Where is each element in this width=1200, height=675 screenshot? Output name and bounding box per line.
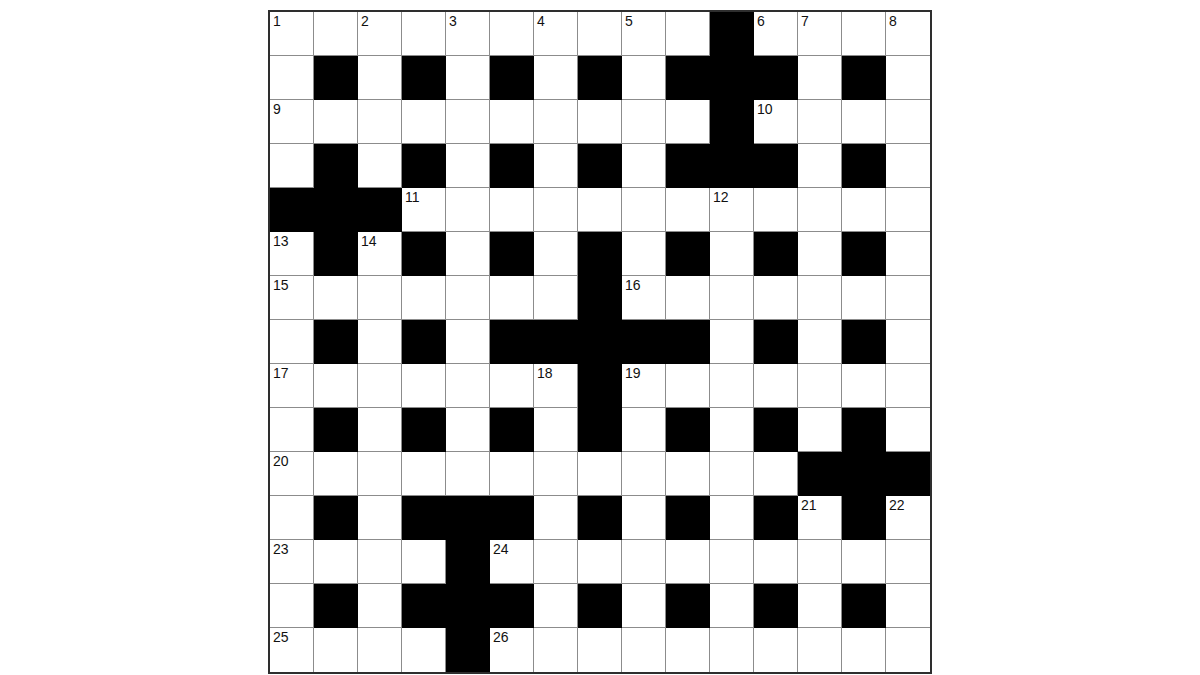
block-cell-r2c11 bbox=[710, 56, 754, 100]
block-cell-r11c15 bbox=[886, 452, 930, 496]
white-cell-r3c13[interactable] bbox=[798, 100, 842, 144]
white-cell-r5c9[interactable] bbox=[622, 188, 666, 232]
white-cell-r10c9[interactable] bbox=[622, 408, 666, 452]
block-cell-r3c11 bbox=[710, 100, 754, 144]
block-cell-r2c2 bbox=[314, 56, 358, 100]
block-cell-r8c9 bbox=[622, 320, 666, 364]
white-cell-r13c1[interactable]: 23 bbox=[270, 540, 314, 584]
white-cell-r9c11[interactable] bbox=[710, 364, 754, 408]
block-cell-r12c6 bbox=[490, 496, 534, 540]
clue-number-21: 21 bbox=[801, 498, 817, 512]
clue-number-1: 1 bbox=[273, 14, 281, 28]
white-cell-r2c5[interactable] bbox=[446, 56, 490, 100]
white-cell-r12c3[interactable] bbox=[358, 496, 402, 540]
white-cell-r5c8[interactable] bbox=[578, 188, 622, 232]
white-cell-r7c9[interactable]: 16 bbox=[622, 276, 666, 320]
white-cell-r3c10[interactable] bbox=[666, 100, 710, 144]
white-cell-r14c13[interactable] bbox=[798, 584, 842, 628]
block-cell-r10c12 bbox=[754, 408, 798, 452]
white-cell-r6c15[interactable] bbox=[886, 232, 930, 276]
block-cell-r6c8 bbox=[578, 232, 622, 276]
block-cell-r14c5 bbox=[446, 584, 490, 628]
white-cell-r13c13[interactable] bbox=[798, 540, 842, 584]
white-cell-r3c7[interactable] bbox=[534, 100, 578, 144]
white-cell-r15c1[interactable]: 25 bbox=[270, 628, 314, 672]
white-cell-r11c1[interactable]: 20 bbox=[270, 452, 314, 496]
block-cell-r2c12 bbox=[754, 56, 798, 100]
clue-number-17: 17 bbox=[273, 366, 289, 380]
block-cell-r14c12 bbox=[754, 584, 798, 628]
block-cell-r4c8 bbox=[578, 144, 622, 188]
block-cell-r10c8 bbox=[578, 408, 622, 452]
block-cell-r13c5 bbox=[446, 540, 490, 584]
white-cell-r5c14[interactable] bbox=[842, 188, 886, 232]
white-cell-r5c4[interactable]: 11 bbox=[402, 188, 446, 232]
block-cell-r4c2 bbox=[314, 144, 358, 188]
white-cell-r7c14[interactable] bbox=[842, 276, 886, 320]
white-cell-r3c14[interactable] bbox=[842, 100, 886, 144]
white-cell-r11c6[interactable] bbox=[490, 452, 534, 496]
white-cell-r4c7[interactable] bbox=[534, 144, 578, 188]
white-cell-r15c4[interactable] bbox=[402, 628, 446, 672]
white-cell-r9c12[interactable] bbox=[754, 364, 798, 408]
block-cell-r8c12 bbox=[754, 320, 798, 364]
block-cell-r8c6 bbox=[490, 320, 534, 364]
white-cell-r9c1[interactable]: 17 bbox=[270, 364, 314, 408]
block-cell-r10c6 bbox=[490, 408, 534, 452]
block-cell-r8c10 bbox=[666, 320, 710, 364]
white-cell-r12c9[interactable] bbox=[622, 496, 666, 540]
block-cell-r14c6 bbox=[490, 584, 534, 628]
page: 1234567891011121314151617181920212223242… bbox=[0, 0, 1200, 675]
white-cell-r13c14[interactable] bbox=[842, 540, 886, 584]
white-cell-r4c15[interactable] bbox=[886, 144, 930, 188]
white-cell-r15c2[interactable] bbox=[314, 628, 358, 672]
white-cell-r7c2[interactable] bbox=[314, 276, 358, 320]
block-cell-r10c10 bbox=[666, 408, 710, 452]
block-cell-r5c2 bbox=[314, 188, 358, 232]
white-cell-r9c13[interactable] bbox=[798, 364, 842, 408]
white-cell-r8c11[interactable] bbox=[710, 320, 754, 364]
clue-number-12: 12 bbox=[713, 190, 729, 204]
block-cell-r14c10 bbox=[666, 584, 710, 628]
block-cell-r15c5 bbox=[446, 628, 490, 672]
clue-number-6: 6 bbox=[757, 14, 765, 28]
block-cell-r10c14 bbox=[842, 408, 886, 452]
white-cell-r1c9[interactable]: 5 bbox=[622, 12, 666, 56]
block-cell-r6c12 bbox=[754, 232, 798, 276]
white-cell-r6c11[interactable] bbox=[710, 232, 754, 276]
block-cell-r6c6 bbox=[490, 232, 534, 276]
white-cell-r15c9[interactable] bbox=[622, 628, 666, 672]
block-cell-r8c7 bbox=[534, 320, 578, 364]
white-cell-r7c3[interactable] bbox=[358, 276, 402, 320]
white-cell-r7c12[interactable] bbox=[754, 276, 798, 320]
clue-number-5: 5 bbox=[625, 14, 633, 28]
block-cell-r2c14 bbox=[842, 56, 886, 100]
white-cell-r4c5[interactable] bbox=[446, 144, 490, 188]
white-cell-r13c6[interactable]: 24 bbox=[490, 540, 534, 584]
block-cell-r12c2 bbox=[314, 496, 358, 540]
white-cell-r9c9[interactable]: 19 bbox=[622, 364, 666, 408]
white-cell-r1c3[interactable]: 2 bbox=[358, 12, 402, 56]
clue-number-22: 22 bbox=[889, 498, 905, 512]
block-cell-r4c14 bbox=[842, 144, 886, 188]
block-cell-r14c2 bbox=[314, 584, 358, 628]
white-cell-r1c15[interactable]: 8 bbox=[886, 12, 930, 56]
white-cell-r6c13[interactable] bbox=[798, 232, 842, 276]
white-cell-r15c15[interactable] bbox=[886, 628, 930, 672]
white-cell-r1c12[interactable]: 6 bbox=[754, 12, 798, 56]
white-cell-r7c1[interactable]: 15 bbox=[270, 276, 314, 320]
white-cell-r1c8[interactable] bbox=[578, 12, 622, 56]
white-cell-r4c9[interactable] bbox=[622, 144, 666, 188]
block-cell-r2c8 bbox=[578, 56, 622, 100]
clue-number-19: 19 bbox=[625, 366, 641, 380]
white-cell-r10c7[interactable] bbox=[534, 408, 578, 452]
white-cell-r2c3[interactable] bbox=[358, 56, 402, 100]
white-cell-r3c5[interactable] bbox=[446, 100, 490, 144]
white-cell-r3c1[interactable]: 9 bbox=[270, 100, 314, 144]
white-cell-r10c1[interactable] bbox=[270, 408, 314, 452]
white-cell-r13c10[interactable] bbox=[666, 540, 710, 584]
white-cell-r11c2[interactable] bbox=[314, 452, 358, 496]
block-cell-r6c4 bbox=[402, 232, 446, 276]
white-cell-r9c2[interactable] bbox=[314, 364, 358, 408]
white-cell-r12c15[interactable]: 22 bbox=[886, 496, 930, 540]
white-cell-r11c8[interactable] bbox=[578, 452, 622, 496]
white-cell-r3c8[interactable] bbox=[578, 100, 622, 144]
white-cell-r13c12[interactable] bbox=[754, 540, 798, 584]
white-cell-r14c1[interactable] bbox=[270, 584, 314, 628]
block-cell-r12c5 bbox=[446, 496, 490, 540]
white-cell-r1c5[interactable]: 3 bbox=[446, 12, 490, 56]
clue-number-13: 13 bbox=[273, 234, 289, 248]
white-cell-r6c7[interactable] bbox=[534, 232, 578, 276]
block-cell-r12c12 bbox=[754, 496, 798, 540]
white-cell-r13c9[interactable] bbox=[622, 540, 666, 584]
white-cell-r8c1[interactable] bbox=[270, 320, 314, 364]
white-cell-r11c3[interactable] bbox=[358, 452, 402, 496]
clue-number-10: 10 bbox=[757, 102, 773, 116]
block-cell-r11c14 bbox=[842, 452, 886, 496]
white-cell-r3c3[interactable] bbox=[358, 100, 402, 144]
block-cell-r12c4 bbox=[402, 496, 446, 540]
white-cell-r11c7[interactable] bbox=[534, 452, 578, 496]
clue-number-26: 26 bbox=[493, 630, 509, 644]
white-cell-r14c15[interactable] bbox=[886, 584, 930, 628]
white-cell-r15c3[interactable] bbox=[358, 628, 402, 672]
white-cell-r12c13[interactable]: 21 bbox=[798, 496, 842, 540]
crossword-grid: 1234567891011121314151617181920212223242… bbox=[268, 10, 932, 674]
white-cell-r6c9[interactable] bbox=[622, 232, 666, 276]
block-cell-r1c11 bbox=[710, 12, 754, 56]
white-cell-r9c10[interactable] bbox=[666, 364, 710, 408]
clue-number-16: 16 bbox=[625, 278, 641, 292]
white-cell-r3c4[interactable] bbox=[402, 100, 446, 144]
white-cell-r9c5[interactable] bbox=[446, 364, 490, 408]
block-cell-r8c2 bbox=[314, 320, 358, 364]
white-cell-r5c12[interactable] bbox=[754, 188, 798, 232]
white-cell-r10c3[interactable] bbox=[358, 408, 402, 452]
white-cell-r10c13[interactable] bbox=[798, 408, 842, 452]
white-cell-r7c6[interactable] bbox=[490, 276, 534, 320]
block-cell-r14c4 bbox=[402, 584, 446, 628]
white-cell-r11c5[interactable] bbox=[446, 452, 490, 496]
block-cell-r14c8 bbox=[578, 584, 622, 628]
white-cell-r7c7[interactable] bbox=[534, 276, 578, 320]
white-cell-r7c13[interactable] bbox=[798, 276, 842, 320]
white-cell-r9c3[interactable] bbox=[358, 364, 402, 408]
white-cell-r1c4[interactable] bbox=[402, 12, 446, 56]
white-cell-r13c2[interactable] bbox=[314, 540, 358, 584]
white-cell-r2c13[interactable] bbox=[798, 56, 842, 100]
white-cell-r11c10[interactable] bbox=[666, 452, 710, 496]
white-cell-r1c10[interactable] bbox=[666, 12, 710, 56]
clue-number-2: 2 bbox=[361, 14, 369, 28]
clue-number-20: 20 bbox=[273, 454, 289, 468]
white-cell-r1c13[interactable]: 7 bbox=[798, 12, 842, 56]
white-cell-r2c9[interactable] bbox=[622, 56, 666, 100]
clue-number-9: 9 bbox=[273, 102, 281, 116]
white-cell-r15c6[interactable]: 26 bbox=[490, 628, 534, 672]
white-cell-r11c9[interactable] bbox=[622, 452, 666, 496]
block-cell-r5c1 bbox=[270, 188, 314, 232]
clue-number-25: 25 bbox=[273, 630, 289, 644]
white-cell-r5c11[interactable]: 12 bbox=[710, 188, 754, 232]
block-cell-r6c14 bbox=[842, 232, 886, 276]
white-cell-r9c4[interactable] bbox=[402, 364, 446, 408]
clue-number-24: 24 bbox=[493, 542, 509, 556]
white-cell-r6c1[interactable]: 13 bbox=[270, 232, 314, 276]
block-cell-r12c10 bbox=[666, 496, 710, 540]
white-cell-r15c11[interactable] bbox=[710, 628, 754, 672]
block-cell-r8c14 bbox=[842, 320, 886, 364]
white-cell-r15c8[interactable] bbox=[578, 628, 622, 672]
white-cell-r3c12[interactable]: 10 bbox=[754, 100, 798, 144]
white-cell-r2c7[interactable] bbox=[534, 56, 578, 100]
block-cell-r8c4 bbox=[402, 320, 446, 364]
white-cell-r12c1[interactable] bbox=[270, 496, 314, 540]
clue-number-7: 7 bbox=[801, 14, 809, 28]
white-cell-r3c6[interactable] bbox=[490, 100, 534, 144]
clue-number-14: 14 bbox=[361, 234, 377, 248]
block-cell-r14c14 bbox=[842, 584, 886, 628]
white-cell-r7c10[interactable] bbox=[666, 276, 710, 320]
white-cell-r11c11[interactable] bbox=[710, 452, 754, 496]
white-cell-r10c11[interactable] bbox=[710, 408, 754, 452]
white-cell-r4c13[interactable] bbox=[798, 144, 842, 188]
white-cell-r15c7[interactable] bbox=[534, 628, 578, 672]
block-cell-r12c8 bbox=[578, 496, 622, 540]
block-cell-r5c3 bbox=[358, 188, 402, 232]
block-cell-r2c10 bbox=[666, 56, 710, 100]
white-cell-r2c15[interactable] bbox=[886, 56, 930, 100]
white-cell-r8c3[interactable] bbox=[358, 320, 402, 364]
white-cell-r7c11[interactable] bbox=[710, 276, 754, 320]
clue-number-3: 3 bbox=[449, 14, 457, 28]
white-cell-r3c9[interactable] bbox=[622, 100, 666, 144]
white-cell-r2c1[interactable] bbox=[270, 56, 314, 100]
white-cell-r9c14[interactable] bbox=[842, 364, 886, 408]
block-cell-r11c13 bbox=[798, 452, 842, 496]
white-cell-r5c7[interactable] bbox=[534, 188, 578, 232]
white-cell-r5c5[interactable] bbox=[446, 188, 490, 232]
white-cell-r14c7[interactable] bbox=[534, 584, 578, 628]
block-cell-r4c10 bbox=[666, 144, 710, 188]
white-cell-r7c4[interactable] bbox=[402, 276, 446, 320]
white-cell-r8c15[interactable] bbox=[886, 320, 930, 364]
white-cell-r1c1[interactable]: 1 bbox=[270, 12, 314, 56]
white-cell-r3c15[interactable] bbox=[886, 100, 930, 144]
white-cell-r12c11[interactable] bbox=[710, 496, 754, 540]
block-cell-r2c6 bbox=[490, 56, 534, 100]
white-cell-r4c3[interactable] bbox=[358, 144, 402, 188]
block-cell-r7c8 bbox=[578, 276, 622, 320]
white-cell-r6c3[interactable]: 14 bbox=[358, 232, 402, 276]
white-cell-r10c5[interactable] bbox=[446, 408, 490, 452]
block-cell-r10c2 bbox=[314, 408, 358, 452]
block-cell-r12c14 bbox=[842, 496, 886, 540]
white-cell-r14c3[interactable] bbox=[358, 584, 402, 628]
clue-number-23: 23 bbox=[273, 542, 289, 556]
block-cell-r10c4 bbox=[402, 408, 446, 452]
white-cell-r13c7[interactable] bbox=[534, 540, 578, 584]
white-cell-r5c13[interactable] bbox=[798, 188, 842, 232]
white-cell-r9c15[interactable] bbox=[886, 364, 930, 408]
clue-number-18: 18 bbox=[537, 366, 553, 380]
white-cell-r15c10[interactable] bbox=[666, 628, 710, 672]
white-cell-r14c11[interactable] bbox=[710, 584, 754, 628]
clue-number-15: 15 bbox=[273, 278, 289, 292]
white-cell-r5c15[interactable] bbox=[886, 188, 930, 232]
white-cell-r7c15[interactable] bbox=[886, 276, 930, 320]
white-cell-r1c6[interactable] bbox=[490, 12, 534, 56]
white-cell-r5c6[interactable] bbox=[490, 188, 534, 232]
white-cell-r13c15[interactable] bbox=[886, 540, 930, 584]
white-cell-r13c4[interactable] bbox=[402, 540, 446, 584]
white-cell-r10c15[interactable] bbox=[886, 408, 930, 452]
white-cell-r9c6[interactable] bbox=[490, 364, 534, 408]
white-cell-r15c12[interactable] bbox=[754, 628, 798, 672]
white-cell-r9c7[interactable]: 18 bbox=[534, 364, 578, 408]
white-cell-r7c5[interactable] bbox=[446, 276, 490, 320]
block-cell-r2c4 bbox=[402, 56, 446, 100]
clue-number-11: 11 bbox=[405, 190, 420, 204]
white-cell-r13c11[interactable] bbox=[710, 540, 754, 584]
white-cell-r1c7[interactable]: 4 bbox=[534, 12, 578, 56]
block-cell-r9c8 bbox=[578, 364, 622, 408]
block-cell-r6c10 bbox=[666, 232, 710, 276]
white-cell-r11c12[interactable] bbox=[754, 452, 798, 496]
clue-number-8: 8 bbox=[889, 14, 897, 28]
block-cell-r4c6 bbox=[490, 144, 534, 188]
white-cell-r1c14[interactable] bbox=[842, 12, 886, 56]
block-cell-r4c11 bbox=[710, 144, 754, 188]
block-cell-r6c2 bbox=[314, 232, 358, 276]
white-cell-r13c8[interactable] bbox=[578, 540, 622, 584]
block-cell-r4c4 bbox=[402, 144, 446, 188]
white-cell-r8c5[interactable] bbox=[446, 320, 490, 364]
block-cell-r4c12 bbox=[754, 144, 798, 188]
white-cell-r11c4[interactable] bbox=[402, 452, 446, 496]
white-cell-r15c14[interactable] bbox=[842, 628, 886, 672]
white-cell-r14c9[interactable] bbox=[622, 584, 666, 628]
white-cell-r13c3[interactable] bbox=[358, 540, 402, 584]
white-cell-r3c2[interactable] bbox=[314, 100, 358, 144]
white-cell-r1c2[interactable] bbox=[314, 12, 358, 56]
white-cell-r8c13[interactable] bbox=[798, 320, 842, 364]
block-cell-r8c8 bbox=[578, 320, 622, 364]
white-cell-r6c5[interactable] bbox=[446, 232, 490, 276]
white-cell-r15c13[interactable] bbox=[798, 628, 842, 672]
white-cell-r12c7[interactable] bbox=[534, 496, 578, 540]
white-cell-r5c10[interactable] bbox=[666, 188, 710, 232]
white-cell-r4c1[interactable] bbox=[270, 144, 314, 188]
clue-number-4: 4 bbox=[537, 14, 545, 28]
